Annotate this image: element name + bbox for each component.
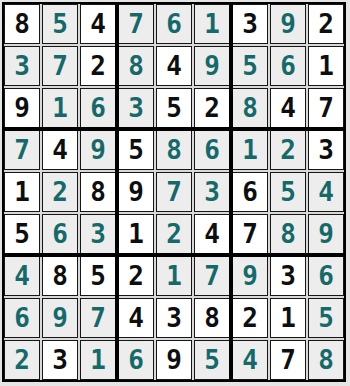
solved-digit: 3 <box>204 179 220 205</box>
solved-digit: 5 <box>280 179 296 205</box>
solved-digit: 9 <box>318 221 334 247</box>
given-digit: 4 <box>128 305 144 331</box>
solved-digit: 2 <box>166 221 182 247</box>
solved-digit: 6 <box>128 347 144 373</box>
cell-r6c5[interactable]: 2 <box>156 214 192 254</box>
solved-digit: 8 <box>318 347 334 373</box>
solved-digit: 7 <box>52 53 68 79</box>
cell-r4c2[interactable]: 4 <box>42 130 78 170</box>
solved-digit: 6 <box>52 221 68 247</box>
cell-r9c8[interactable]: 7 <box>270 340 306 380</box>
cell-r1c8[interactable]: 9 <box>270 4 306 44</box>
box-separator-vertical-2 <box>229 4 233 380</box>
cell-r7c6[interactable]: 7 <box>194 256 230 296</box>
given-digit: 8 <box>90 179 106 205</box>
given-digit: 8 <box>204 305 220 331</box>
solved-digit: 7 <box>204 263 220 289</box>
cell-r8c5[interactable]: 3 <box>156 298 192 338</box>
cell-r8c3[interactable]: 7 <box>80 298 116 338</box>
cell-r8c2[interactable]: 9 <box>42 298 78 338</box>
solved-digit: 9 <box>280 11 296 37</box>
given-digit: 1 <box>280 305 296 331</box>
cell-r9c6[interactable]: 5 <box>194 340 230 380</box>
cell-r6c2[interactable]: 6 <box>42 214 78 254</box>
solved-digit: 8 <box>166 137 182 163</box>
cell-r7c4[interactable]: 2 <box>118 256 154 296</box>
solved-digit: 6 <box>318 263 334 289</box>
solved-digit: 2 <box>280 137 296 163</box>
cell-r6c4[interactable]: 1 <box>118 214 154 254</box>
given-digit: 4 <box>280 95 296 121</box>
solved-digit: 9 <box>242 263 258 289</box>
cell-r1c6[interactable]: 1 <box>194 4 230 44</box>
cell-r2c4[interactable]: 8 <box>118 46 154 86</box>
solved-digit: 7 <box>166 179 182 205</box>
given-digit: 2 <box>204 95 220 121</box>
solved-digit: 4 <box>242 347 258 373</box>
solved-digit: 4 <box>318 179 334 205</box>
page-background: 8547613923728495619163528477495861231289… <box>0 0 350 386</box>
given-digit: 7 <box>318 95 334 121</box>
given-digit: 5 <box>90 263 106 289</box>
solved-digit: 9 <box>52 305 68 331</box>
solved-digit: 8 <box>242 95 258 121</box>
solved-digit: 1 <box>52 95 68 121</box>
solved-digit: 2 <box>52 179 68 205</box>
solved-digit: 5 <box>204 347 220 373</box>
cell-r6c1[interactable]: 5 <box>4 214 40 254</box>
cell-r6c6[interactable]: 4 <box>194 214 230 254</box>
given-digit: 5 <box>128 137 144 163</box>
cell-r7c9[interactable]: 6 <box>308 256 344 296</box>
cell-r6c8[interactable]: 8 <box>270 214 306 254</box>
solved-digit: 3 <box>128 95 144 121</box>
given-digit: 3 <box>242 11 258 37</box>
solved-digit: 4 <box>14 263 30 289</box>
cell-r4c7[interactable]: 1 <box>232 130 268 170</box>
cell-r9c2[interactable]: 3 <box>42 340 78 380</box>
solved-digit: 9 <box>204 53 220 79</box>
cell-r2c8[interactable]: 6 <box>270 46 306 86</box>
cell-r8c7[interactable]: 2 <box>232 298 268 338</box>
cell-r7c3[interactable]: 5 <box>80 256 116 296</box>
given-digit: 2 <box>242 305 258 331</box>
solved-digit: 3 <box>90 221 106 247</box>
solved-digit: 6 <box>204 137 220 163</box>
cell-r4c1[interactable]: 7 <box>4 130 40 170</box>
cell-r6c9[interactable]: 9 <box>308 214 344 254</box>
solved-digit: 5 <box>318 305 334 331</box>
given-digit: 8 <box>52 263 68 289</box>
cell-r4c9[interactable]: 3 <box>308 130 344 170</box>
cell-r5c9[interactable]: 4 <box>308 172 344 212</box>
cell-r4c6[interactable]: 6 <box>194 130 230 170</box>
cell-r5c3[interactable]: 8 <box>80 172 116 212</box>
solved-digit: 5 <box>52 11 68 37</box>
cell-r9c5[interactable]: 9 <box>156 340 192 380</box>
cell-r3c1[interactable]: 9 <box>4 88 40 128</box>
box-separator-vertical-1 <box>115 4 119 380</box>
cell-r3c3[interactable]: 6 <box>80 88 116 128</box>
cell-r9c4[interactable]: 6 <box>118 340 154 380</box>
cell-r1c7[interactable]: 3 <box>232 4 268 44</box>
given-digit: 1 <box>128 221 144 247</box>
cell-r1c3[interactable]: 4 <box>80 4 116 44</box>
cell-r9c9[interactable]: 8 <box>308 340 344 380</box>
box-separator-horizontal-1 <box>4 127 344 131</box>
cell-r2c7[interactable]: 5 <box>232 46 268 86</box>
given-digit: 2 <box>90 53 106 79</box>
cell-r4c5[interactable]: 8 <box>156 130 192 170</box>
cell-r3c4[interactable]: 3 <box>118 88 154 128</box>
cell-r1c1[interactable]: 8 <box>4 4 40 44</box>
cell-r6c3[interactable]: 3 <box>80 214 116 254</box>
cell-r2c1[interactable]: 3 <box>4 46 40 86</box>
given-digit: 3 <box>52 347 68 373</box>
given-digit: 2 <box>318 11 334 37</box>
solved-digit: 6 <box>90 95 106 121</box>
given-digit: 4 <box>90 11 106 37</box>
cell-r7c7[interactable]: 9 <box>232 256 268 296</box>
cell-r7c8[interactable]: 3 <box>270 256 306 296</box>
given-digit: 6 <box>242 179 258 205</box>
given-digit: 9 <box>166 347 182 373</box>
given-digit: 5 <box>14 221 30 247</box>
solved-digit: 6 <box>14 305 30 331</box>
cell-r5c2[interactable]: 2 <box>42 172 78 212</box>
cell-r7c2[interactable]: 8 <box>42 256 78 296</box>
solved-digit: 6 <box>166 11 182 37</box>
solved-digit: 7 <box>128 11 144 37</box>
cell-r2c2[interactable]: 7 <box>42 46 78 86</box>
given-digit: 4 <box>52 137 68 163</box>
cell-r2c3[interactable]: 2 <box>80 46 116 86</box>
cell-r5c8[interactable]: 5 <box>270 172 306 212</box>
cell-r5c7[interactable]: 6 <box>232 172 268 212</box>
cell-r5c1[interactable]: 1 <box>4 172 40 212</box>
solved-digit: 3 <box>14 53 30 79</box>
cell-r8c1[interactable]: 6 <box>4 298 40 338</box>
given-digit: 9 <box>128 179 144 205</box>
given-digit: 5 <box>166 95 182 121</box>
solved-digit: 2 <box>14 347 30 373</box>
cell-r9c7[interactable]: 4 <box>232 340 268 380</box>
given-digit: 9 <box>14 95 30 121</box>
cell-r3c7[interactable]: 8 <box>232 88 268 128</box>
solved-digit: 5 <box>242 53 258 79</box>
solved-digit: 7 <box>90 305 106 331</box>
solved-digit: 7 <box>14 137 30 163</box>
solved-digit: 8 <box>128 53 144 79</box>
cell-r3c9[interactable]: 7 <box>308 88 344 128</box>
sudoku-board: 8547613923728495619163528477495861231289… <box>2 2 346 382</box>
cell-r3c8[interactable]: 4 <box>270 88 306 128</box>
solved-digit: 1 <box>90 347 106 373</box>
box-separator-horizontal-2 <box>4 253 344 257</box>
cell-r8c8[interactable]: 1 <box>270 298 306 338</box>
given-digit: 3 <box>280 263 296 289</box>
cell-r5c5[interactable]: 7 <box>156 172 192 212</box>
cell-r3c5[interactable]: 5 <box>156 88 192 128</box>
cell-r4c4[interactable]: 5 <box>118 130 154 170</box>
cell-r3c6[interactable]: 2 <box>194 88 230 128</box>
cell-r4c3[interactable]: 9 <box>80 130 116 170</box>
given-digit: 7 <box>242 221 258 247</box>
cell-r7c5[interactable]: 1 <box>156 256 192 296</box>
cell-r2c6[interactable]: 9 <box>194 46 230 86</box>
solved-digit: 8 <box>280 221 296 247</box>
given-digit: 8 <box>14 11 30 37</box>
given-digit: 4 <box>166 53 182 79</box>
solved-digit: 9 <box>90 137 106 163</box>
cell-r1c2[interactable]: 5 <box>42 4 78 44</box>
given-digit: 7 <box>280 347 296 373</box>
cell-r9c1[interactable]: 2 <box>4 340 40 380</box>
cell-r1c9[interactable]: 2 <box>308 4 344 44</box>
cell-r3c2[interactable]: 1 <box>42 88 78 128</box>
solved-digit: 1 <box>242 137 258 163</box>
cell-r2c5[interactable]: 4 <box>156 46 192 86</box>
cell-r4c8[interactable]: 2 <box>270 130 306 170</box>
cell-r2c9[interactable]: 1 <box>308 46 344 86</box>
solved-digit: 6 <box>280 53 296 79</box>
given-digit: 4 <box>204 221 220 247</box>
cell-r6c7[interactable]: 7 <box>232 214 268 254</box>
cell-r5c4[interactable]: 9 <box>118 172 154 212</box>
cell-r8c4[interactable]: 4 <box>118 298 154 338</box>
cell-r9c3[interactable]: 1 <box>80 340 116 380</box>
cell-r1c5[interactable]: 6 <box>156 4 192 44</box>
given-digit: 2 <box>128 263 144 289</box>
cell-r1c4[interactable]: 7 <box>118 4 154 44</box>
cell-r5c6[interactable]: 3 <box>194 172 230 212</box>
cell-r8c6[interactable]: 8 <box>194 298 230 338</box>
given-digit: 1 <box>14 179 30 205</box>
given-digit: 1 <box>318 53 334 79</box>
given-digit: 3 <box>318 137 334 163</box>
solved-digit: 1 <box>166 263 182 289</box>
cell-r8c9[interactable]: 5 <box>308 298 344 338</box>
given-digit: 3 <box>166 305 182 331</box>
solved-digit: 1 <box>204 11 220 37</box>
cell-r7c1[interactable]: 4 <box>4 256 40 296</box>
